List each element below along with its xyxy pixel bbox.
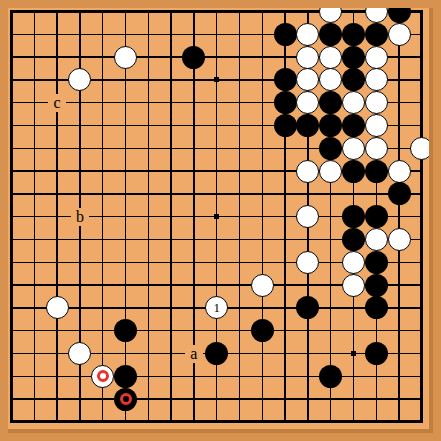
go-board[interactable]: 1abc — [0, 0, 441, 441]
white-stone[interactable] — [365, 228, 388, 251]
black-stone[interactable] — [296, 296, 319, 319]
white-stone[interactable] — [296, 68, 319, 91]
grid-hline — [10, 420, 423, 423]
grid-vline — [239, 10, 241, 423]
white-stone[interactable] — [365, 68, 388, 91]
black-stone[interactable] — [365, 251, 388, 274]
black-stone[interactable] — [251, 319, 274, 342]
black-stone[interactable] — [342, 68, 365, 91]
black-stone-circled[interactable] — [114, 388, 137, 411]
star-point — [214, 77, 219, 82]
white-stone[interactable] — [365, 91, 388, 114]
white-stone[interactable] — [342, 251, 365, 274]
grid-hline — [10, 398, 423, 400]
white-stone[interactable] — [296, 205, 319, 228]
white-stone[interactable] — [365, 0, 388, 23]
white-stone-circled[interactable] — [91, 365, 114, 388]
black-stone[interactable] — [274, 68, 297, 91]
black-stone[interactable] — [274, 91, 297, 114]
white-stone[interactable] — [296, 46, 319, 69]
black-stone[interactable] — [319, 23, 342, 46]
white-stone[interactable] — [319, 0, 342, 23]
black-stone[interactable] — [342, 114, 365, 137]
white-stone[interactable] — [296, 91, 319, 114]
black-stone[interactable] — [319, 114, 342, 137]
point-label-a: a — [185, 345, 203, 363]
black-stone[interactable] — [274, 114, 297, 137]
white-stone[interactable] — [342, 274, 365, 297]
black-stone[interactable] — [342, 160, 365, 183]
white-stone[interactable] — [319, 46, 342, 69]
black-stone[interactable] — [365, 296, 388, 319]
black-stone[interactable] — [205, 342, 228, 365]
star-point — [214, 214, 219, 219]
black-stone[interactable] — [342, 228, 365, 251]
white-stone[interactable] — [410, 137, 433, 160]
point-label-c: c — [48, 94, 66, 112]
black-stone[interactable] — [114, 319, 137, 342]
black-stone[interactable] — [274, 23, 297, 46]
grid-hline — [10, 330, 423, 332]
black-stone[interactable] — [365, 23, 388, 46]
white-stone[interactable] — [68, 68, 91, 91]
go-diagram: 1abc — [0, 0, 441, 441]
black-stone[interactable] — [296, 114, 319, 137]
black-stone[interactable] — [365, 342, 388, 365]
white-stone[interactable] — [296, 160, 319, 183]
white-stone[interactable] — [388, 23, 411, 46]
white-stone[interactable] — [365, 46, 388, 69]
white-stone[interactable] — [296, 251, 319, 274]
black-stone[interactable] — [388, 182, 411, 205]
white-stone[interactable] — [68, 342, 91, 365]
black-stone[interactable] — [342, 46, 365, 69]
black-stone[interactable] — [365, 274, 388, 297]
grid-vline — [398, 10, 400, 423]
white-stone[interactable] — [388, 160, 411, 183]
black-stone[interactable] — [365, 205, 388, 228]
white-stone[interactable] — [365, 114, 388, 137]
circle-mark — [97, 370, 109, 382]
white-stone[interactable] — [342, 91, 365, 114]
star-point — [351, 351, 356, 356]
white-stone[interactable] — [251, 274, 274, 297]
white-stone[interactable] — [319, 68, 342, 91]
black-stone[interactable] — [365, 160, 388, 183]
grid-hline — [10, 376, 423, 378]
white-stone[interactable] — [342, 137, 365, 160]
black-stone[interactable] — [342, 205, 365, 228]
white-stone[interactable] — [388, 228, 411, 251]
black-stone[interactable] — [114, 365, 137, 388]
white-stone[interactable] — [296, 23, 319, 46]
grid-vline — [262, 10, 264, 423]
point-label-b: b — [71, 208, 89, 226]
black-stone[interactable] — [319, 137, 342, 160]
black-stone[interactable] — [319, 91, 342, 114]
move-number-label: 1 — [213, 301, 220, 314]
white-stone[interactable] — [365, 137, 388, 160]
black-stone[interactable] — [182, 46, 205, 69]
black-stone[interactable] — [319, 365, 342, 388]
white-stone[interactable] — [114, 46, 137, 69]
white-stone[interactable] — [46, 296, 69, 319]
move-1-stone[interactable]: 1 — [205, 296, 228, 319]
black-stone[interactable] — [342, 23, 365, 46]
circle-mark — [120, 393, 132, 405]
black-stone[interactable] — [388, 0, 411, 23]
white-stone[interactable] — [319, 160, 342, 183]
grid-vline — [420, 10, 423, 423]
